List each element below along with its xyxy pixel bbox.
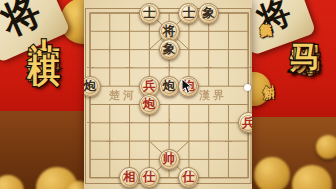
tile-character: 将: [252, 0, 297, 43]
board-intersection[interactable]: [238, 4, 252, 22]
board-intersection[interactable]: [199, 132, 219, 150]
board-intersection[interactable]: [139, 22, 159, 40]
board-intersection[interactable]: [159, 169, 179, 187]
board-intersection[interactable]: [100, 150, 120, 168]
red-elephant[interactable]: 相: [119, 167, 140, 188]
board-intersection[interactable]: [100, 95, 120, 113]
board-intersection[interactable]: [238, 132, 252, 150]
black-advisor[interactable]: 士: [178, 3, 199, 24]
board-intersection[interactable]: [199, 77, 219, 95]
board-intersection[interactable]: [199, 150, 219, 168]
black-cannon[interactable]: 炮: [159, 76, 180, 97]
board-intersection[interactable]: 象: [199, 4, 219, 22]
piece-character: 仕: [183, 171, 196, 184]
piece-character: 象: [163, 43, 176, 56]
board-intersection[interactable]: [199, 59, 219, 77]
board-intersection[interactable]: [84, 114, 100, 132]
board-intersection[interactable]: [238, 169, 252, 187]
piece-character: 象: [202, 7, 215, 20]
board-intersection[interactable]: [218, 169, 238, 187]
board-intersection[interactable]: [179, 59, 199, 77]
title-character: 棋: [25, 27, 64, 32]
board-intersection[interactable]: [179, 22, 199, 40]
board-intersection[interactable]: [100, 114, 120, 132]
board-intersection[interactable]: [100, 77, 120, 95]
board-intersection[interactable]: [84, 40, 100, 58]
board-intersection[interactable]: [139, 150, 159, 168]
board-intersection[interactable]: [218, 22, 238, 40]
board-intersection[interactable]: [218, 77, 238, 95]
red-advisor[interactable]: 仕: [139, 167, 160, 188]
blurred-board-tiles: [0, 115, 64, 167]
board-intersection[interactable]: 帅: [159, 150, 179, 168]
black-cannon[interactable]: 炮: [84, 76, 101, 97]
red-advisor[interactable]: 仕: [178, 167, 199, 188]
board-intersection[interactable]: [100, 4, 120, 22]
board-intersection[interactable]: [218, 132, 238, 150]
board-intersection[interactable]: [179, 150, 199, 168]
video-thumbnail: 将 大神象棋 将 象棋大师 创新 中炮对屏风马: [0, 0, 336, 189]
piece-character: 士: [183, 7, 196, 20]
board-intersection[interactable]: 士: [179, 4, 199, 22]
left-title: 大神象棋: [21, 12, 66, 32]
board-intersection[interactable]: 仕: [179, 169, 199, 187]
board-intersection[interactable]: [179, 40, 199, 58]
board-intersection[interactable]: [159, 4, 179, 22]
red-soldier[interactable]: 兵: [238, 112, 252, 133]
piece-character: 炮: [163, 80, 176, 93]
edge-dot-indicator: [244, 84, 251, 91]
board-intersection[interactable]: [159, 95, 179, 113]
board-intersection[interactable]: [120, 4, 140, 22]
piece-character: 将: [163, 25, 176, 38]
board-intersection[interactable]: [139, 114, 159, 132]
board-intersection[interactable]: [199, 114, 219, 132]
board-intersection[interactable]: [179, 114, 199, 132]
board-intersection[interactable]: [199, 95, 219, 113]
piece-character: 仕: [143, 171, 156, 184]
board-intersection[interactable]: [139, 59, 159, 77]
right-banner-photo: [252, 117, 336, 189]
board-intersection[interactable]: [120, 114, 140, 132]
board-intersection[interactable]: [139, 132, 159, 150]
board-intersection[interactable]: [120, 22, 140, 40]
board-intersection[interactable]: 兵: [139, 77, 159, 95]
board-intersection[interactable]: 象: [159, 40, 179, 58]
piece-character: 兵: [143, 80, 156, 93]
board-intersection[interactable]: 将: [159, 22, 179, 40]
blurred-piece: [316, 135, 336, 159]
board-intersection[interactable]: [199, 40, 219, 58]
general-tile-decoration: 将: [252, 0, 316, 56]
board-intersection[interactable]: [120, 40, 140, 58]
board-intersection[interactable]: [100, 22, 120, 40]
black-advisor[interactable]: 士: [139, 3, 160, 24]
board-intersection[interactable]: [238, 95, 252, 113]
board-intersection[interactable]: [84, 132, 100, 150]
piece-character: 相: [123, 171, 136, 184]
board-intersection[interactable]: [159, 59, 179, 77]
board-intersection[interactable]: [100, 169, 120, 187]
blurred-piece: [254, 157, 290, 189]
board-intersection[interactable]: 炮: [84, 77, 100, 95]
board-intersection[interactable]: [199, 22, 219, 40]
board-intersection[interactable]: [179, 132, 199, 150]
board-intersection[interactable]: [100, 40, 120, 58]
board-intersections: 士士象将象炮兵炮炮炮兵帅相仕仕: [84, 4, 252, 187]
board-intersection[interactable]: [218, 95, 238, 113]
right-banner: 将 象棋大师 创新 中炮对屏风马: [252, 0, 336, 189]
board-intersection[interactable]: 士: [139, 4, 159, 22]
board-intersection[interactable]: [238, 150, 252, 168]
board-intersection[interactable]: [120, 95, 140, 113]
board-intersection[interactable]: [100, 132, 120, 150]
mouse-cursor-icon: [181, 78, 194, 95]
board-intersection[interactable]: [159, 114, 179, 132]
board-intersection[interactable]: [84, 95, 100, 113]
board-intersection[interactable]: [120, 59, 140, 77]
board-intersection[interactable]: [199, 169, 219, 187]
board-intersection[interactable]: 炮: [159, 77, 179, 95]
piece-character: 炮: [143, 98, 156, 111]
board-intersection[interactable]: [218, 114, 238, 132]
left-banner-photo: [0, 111, 84, 189]
board-intersection[interactable]: 兵: [238, 114, 252, 132]
board-intersection[interactable]: [120, 132, 140, 150]
board-intersection[interactable]: [84, 59, 100, 77]
board-intersection[interactable]: 炮: [139, 95, 159, 113]
black-elephant[interactable]: 象: [159, 39, 180, 60]
board-intersection[interactable]: [218, 150, 238, 168]
board-intersection[interactable]: [218, 4, 238, 22]
piece-character: 帅: [163, 153, 176, 166]
board-intersection[interactable]: [179, 95, 199, 113]
board-intersection[interactable]: [120, 77, 140, 95]
board-intersection[interactable]: [218, 40, 238, 58]
board-intersection[interactable]: 仕: [139, 169, 159, 187]
board-intersection[interactable]: [84, 169, 100, 187]
board-intersection[interactable]: [238, 59, 252, 77]
board-intersection[interactable]: [238, 40, 252, 58]
board-intersection[interactable]: [238, 22, 252, 40]
red-cannon[interactable]: 炮: [139, 94, 160, 115]
board-intersection[interactable]: [120, 150, 140, 168]
board-intersection[interactable]: [218, 59, 238, 77]
black-elephant[interactable]: 象: [198, 3, 219, 24]
red-general[interactable]: 帅: [159, 149, 180, 170]
board-intersection[interactable]: [159, 132, 179, 150]
board-intersection[interactable]: 相: [120, 169, 140, 187]
piece-character: 炮: [84, 80, 96, 93]
blurred-piece: [0, 175, 24, 189]
board-intersection[interactable]: [84, 22, 100, 40]
board-intersection[interactable]: [84, 150, 100, 168]
board-intersection[interactable]: [139, 40, 159, 58]
piece-character: 兵: [242, 117, 252, 130]
board-intersection[interactable]: [100, 59, 120, 77]
board-intersection[interactable]: [84, 4, 100, 22]
left-banner: 将 大神象棋: [0, 0, 84, 189]
blurred-piece: [292, 165, 332, 189]
piece-character: 士: [143, 7, 156, 20]
xiangqi-board: 楚河 漢界 士士象将象炮兵炮炮炮兵帅相仕仕: [84, 0, 252, 189]
